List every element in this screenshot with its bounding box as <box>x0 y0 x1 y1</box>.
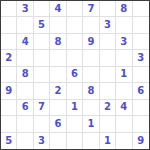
sudoku-cell-r4-c7[interactable] <box>100 50 116 66</box>
sudoku-cell-r2-c3[interactable]: 5 <box>34 17 50 33</box>
sudoku-cell-r7-c8[interactable]: 4 <box>116 100 132 116</box>
sudoku-cell-r5-c1[interactable] <box>1 67 17 83</box>
sudoku-cell-r6-c3[interactable] <box>34 83 50 99</box>
sudoku-cell-r3-c1[interactable] <box>1 34 17 50</box>
sudoku-cell-r6-c5[interactable] <box>67 83 83 99</box>
sudoku-cell-r1-c9[interactable] <box>133 1 149 17</box>
sudoku-cell-r2-c9[interactable] <box>133 17 149 33</box>
sudoku-cell-r2-c2[interactable] <box>17 17 33 33</box>
sudoku-cell-r7-c3[interactable]: 7 <box>34 100 50 116</box>
sudoku-cell-r2-c6[interactable] <box>83 17 99 33</box>
sudoku-cell-r9-c7[interactable]: 1 <box>100 133 116 149</box>
sudoku-cell-r4-c5[interactable] <box>67 50 83 66</box>
sudoku-cell-r9-c9[interactable]: 9 <box>133 133 149 149</box>
sudoku-cell-r7-c9[interactable] <box>133 100 149 116</box>
sudoku-cell-r8-c4[interactable]: 6 <box>50 116 66 132</box>
sudoku-cell-r8-c1[interactable] <box>1 116 17 132</box>
sudoku-cell-r5-c5[interactable]: 6 <box>67 67 83 83</box>
sudoku-cell-r7-c7[interactable]: 2 <box>100 100 116 116</box>
sudoku-cell-r1-c3[interactable] <box>34 1 50 17</box>
sudoku-cell-r3-c4[interactable]: 8 <box>50 34 66 50</box>
sudoku-board: 347853489323861928667124615319 <box>0 0 150 150</box>
sudoku-cell-r5-c7[interactable] <box>100 67 116 83</box>
sudoku-cell-r8-c5[interactable] <box>67 116 83 132</box>
sudoku-cell-r6-c7[interactable] <box>100 83 116 99</box>
sudoku-cell-r7-c1[interactable] <box>1 100 17 116</box>
sudoku-cell-r7-c4[interactable] <box>50 100 66 116</box>
sudoku-cell-r1-c6[interactable]: 7 <box>83 1 99 17</box>
sudoku-cell-r2-c5[interactable] <box>67 17 83 33</box>
sudoku-cell-r2-c1[interactable] <box>1 17 17 33</box>
sudoku-cell-r6-c4[interactable]: 2 <box>50 83 66 99</box>
sudoku-cell-r8-c6[interactable]: 1 <box>83 116 99 132</box>
sudoku-cell-r3-c2[interactable]: 4 <box>17 34 33 50</box>
sudoku-cell-r1-c1[interactable] <box>1 1 17 17</box>
sudoku-cell-r8-c9[interactable] <box>133 116 149 132</box>
sudoku-cell-r4-c2[interactable] <box>17 50 33 66</box>
sudoku-cell-r5-c2[interactable]: 8 <box>17 67 33 83</box>
sudoku-cell-r1-c5[interactable] <box>67 1 83 17</box>
sudoku-cell-r6-c9[interactable]: 6 <box>133 83 149 99</box>
sudoku-cell-r5-c9[interactable] <box>133 67 149 83</box>
sudoku-cell-r3-c5[interactable] <box>67 34 83 50</box>
sudoku-cell-r9-c1[interactable]: 5 <box>1 133 17 149</box>
sudoku-cell-r9-c5[interactable] <box>67 133 83 149</box>
sudoku-cell-r1-c4[interactable]: 4 <box>50 1 66 17</box>
sudoku-cell-r2-c8[interactable] <box>116 17 132 33</box>
sudoku-cell-r3-c9[interactable] <box>133 34 149 50</box>
sudoku-cell-r7-c6[interactable] <box>83 100 99 116</box>
sudoku-cell-r3-c3[interactable] <box>34 34 50 50</box>
sudoku-cell-r7-c5[interactable]: 1 <box>67 100 83 116</box>
sudoku-cell-r9-c3[interactable]: 3 <box>34 133 50 149</box>
sudoku-cell-r6-c2[interactable] <box>17 83 33 99</box>
sudoku-cell-r6-c1[interactable]: 9 <box>1 83 17 99</box>
sudoku-cell-r1-c2[interactable]: 3 <box>17 1 33 17</box>
sudoku-cell-r4-c8[interactable] <box>116 50 132 66</box>
sudoku-cell-r2-c7[interactable]: 3 <box>100 17 116 33</box>
sudoku-cell-r9-c8[interactable] <box>116 133 132 149</box>
sudoku-cell-r4-c4[interactable] <box>50 50 66 66</box>
sudoku-cell-r7-c2[interactable]: 6 <box>17 100 33 116</box>
sudoku-cell-r9-c6[interactable] <box>83 133 99 149</box>
sudoku-cell-r8-c3[interactable] <box>34 116 50 132</box>
sudoku-cell-r6-c6[interactable]: 8 <box>83 83 99 99</box>
sudoku-cell-r1-c8[interactable]: 8 <box>116 1 132 17</box>
sudoku-cell-r2-c4[interactable] <box>50 17 66 33</box>
sudoku-cell-r5-c4[interactable] <box>50 67 66 83</box>
sudoku-cell-r3-c7[interactable] <box>100 34 116 50</box>
sudoku-cell-r3-c8[interactable]: 3 <box>116 34 132 50</box>
sudoku-cell-r4-c3[interactable] <box>34 50 50 66</box>
sudoku-cell-r9-c2[interactable] <box>17 133 33 149</box>
sudoku-cell-r5-c6[interactable] <box>83 67 99 83</box>
sudoku-cell-r5-c3[interactable] <box>34 67 50 83</box>
sudoku-cell-r9-c4[interactable] <box>50 133 66 149</box>
sudoku-cell-r4-c1[interactable]: 2 <box>1 50 17 66</box>
sudoku-cell-r8-c2[interactable] <box>17 116 33 132</box>
sudoku-cell-r8-c8[interactable] <box>116 116 132 132</box>
sudoku-cell-r1-c7[interactable] <box>100 1 116 17</box>
sudoku-cell-r6-c8[interactable] <box>116 83 132 99</box>
sudoku-cell-r5-c8[interactable]: 1 <box>116 67 132 83</box>
sudoku-cell-r3-c6[interactable]: 9 <box>83 34 99 50</box>
sudoku-cell-r4-c6[interactable] <box>83 50 99 66</box>
sudoku-cell-r4-c9[interactable]: 3 <box>133 50 149 66</box>
sudoku-cell-r8-c7[interactable] <box>100 116 116 132</box>
